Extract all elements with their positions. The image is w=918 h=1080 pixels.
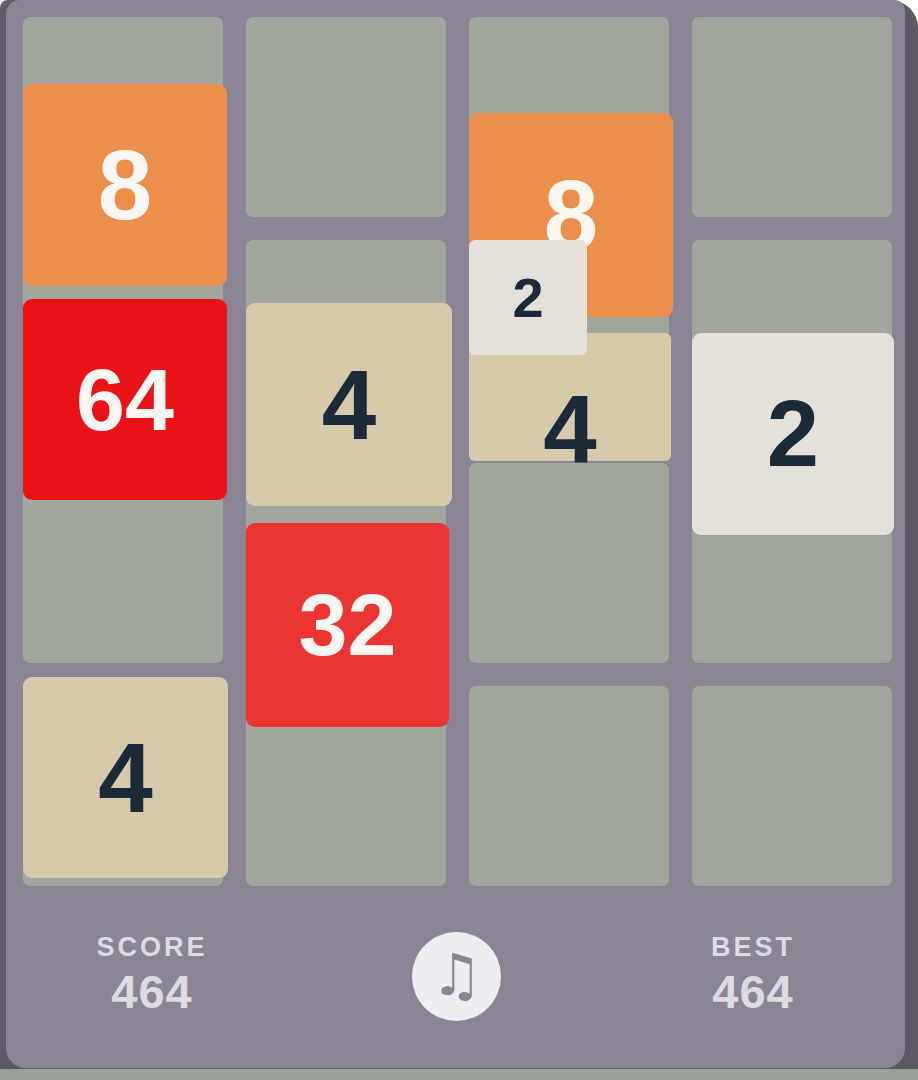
game-screen: 8 64 4 4 32 4 8 2 2 SCORE 464: [0, 0, 918, 1080]
best-block: BEST 464: [653, 932, 853, 1015]
tile-value: 2: [512, 270, 543, 326]
empty-cell: [246, 17, 446, 217]
tile-2: 2: [692, 333, 894, 535]
empty-cell: [469, 463, 669, 663]
tile-value: 2: [767, 387, 819, 481]
tile-value: 8: [98, 136, 153, 234]
tile-2-spawning: 2: [469, 240, 587, 355]
tile-4: 4: [246, 303, 452, 506]
tile-value: 4: [543, 382, 596, 478]
music-note-icon: ♫: [431, 946, 483, 1004]
score-block: SCORE 464: [52, 932, 252, 1015]
best-label: BEST: [653, 932, 853, 962]
score-value: 464: [52, 969, 252, 1015]
tile-64: 64: [23, 299, 227, 500]
tile-value: 4: [322, 356, 377, 454]
empty-cell: [469, 686, 669, 886]
tile-8: 8: [23, 84, 227, 286]
best-value: 464: [653, 969, 853, 1015]
tile-value: 64: [76, 356, 174, 444]
score-label: SCORE: [52, 932, 252, 962]
music-button[interactable]: ♫: [412, 932, 501, 1021]
empty-cell: [692, 686, 892, 886]
empty-cell: [692, 17, 892, 217]
board-panel[interactable]: 8 64 4 4 32 4 8 2 2 SCORE 464: [6, 0, 905, 1068]
tile-value: 4: [98, 729, 153, 827]
tile-value: 32: [299, 581, 397, 669]
tile-32: 32: [246, 523, 449, 727]
tile-4: 4: [23, 677, 228, 878]
bottom-strip: [0, 1069, 918, 1080]
